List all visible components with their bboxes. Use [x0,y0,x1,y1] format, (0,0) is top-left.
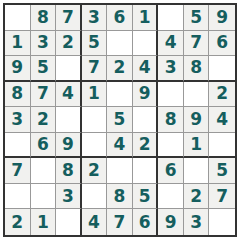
cell-r6c1[interactable] [5,133,31,159]
cell-r9c4[interactable]: 4 [82,209,108,235]
cell-r3c1[interactable]: 9 [5,56,31,82]
cell-r5c4[interactable] [82,107,108,133]
cell-r1c4[interactable]: 3 [82,5,108,31]
sudoku-board: 8736159132547695724388741923258946942178… [3,3,237,237]
cell-r9c8[interactable]: 3 [184,209,210,235]
cell-r1c7[interactable] [158,5,184,31]
cell-r3c2[interactable]: 5 [31,56,57,82]
cell-r2c6[interactable] [133,31,159,57]
cell-r2c7[interactable]: 4 [158,31,184,57]
cell-r4c4[interactable]: 1 [82,82,108,108]
cell-r5c5[interactable]: 5 [107,107,133,133]
cell-r3c8[interactable]: 8 [184,56,210,82]
cell-r1c1[interactable] [5,5,31,31]
cell-r2c5[interactable] [107,31,133,57]
cell-r7c5[interactable] [107,158,133,184]
cell-r3c7[interactable]: 3 [158,56,184,82]
cell-r6c6[interactable]: 2 [133,133,159,159]
cell-r5c7[interactable]: 8 [158,107,184,133]
cell-r7c9[interactable]: 5 [209,158,235,184]
cell-r9c1[interactable]: 2 [5,209,31,235]
cell-r7c7[interactable]: 6 [158,158,184,184]
cell-r4c9[interactable]: 2 [209,82,235,108]
cell-r2c2[interactable]: 3 [31,31,57,57]
cell-r7c1[interactable]: 7 [5,158,31,184]
cell-r9c5[interactable]: 7 [107,209,133,235]
cell-r5c1[interactable]: 3 [5,107,31,133]
cell-r7c3[interactable]: 8 [56,158,82,184]
cell-r2c4[interactable]: 5 [82,31,108,57]
cell-r8c7[interactable] [158,184,184,210]
cell-r5c9[interactable]: 4 [209,107,235,133]
cell-r1c5[interactable]: 6 [107,5,133,31]
cell-r3c4[interactable]: 7 [82,56,108,82]
cell-r2c1[interactable]: 1 [5,31,31,57]
cell-r6c5[interactable]: 4 [107,133,133,159]
cell-r1c3[interactable]: 7 [56,5,82,31]
cell-r4c6[interactable]: 9 [133,82,159,108]
cell-r6c7[interactable] [158,133,184,159]
cell-r6c9[interactable] [209,133,235,159]
cell-r4c1[interactable]: 8 [5,82,31,108]
cell-r7c6[interactable] [133,158,159,184]
cell-r5c6[interactable] [133,107,159,133]
cell-r5c8[interactable]: 9 [184,107,210,133]
cell-r8c5[interactable]: 8 [107,184,133,210]
cell-r6c3[interactable]: 9 [56,133,82,159]
cell-r3c3[interactable] [56,56,82,82]
cell-r1c9[interactable]: 9 [209,5,235,31]
cell-r4c5[interactable] [107,82,133,108]
cell-r7c8[interactable] [184,158,210,184]
cell-r4c7[interactable] [158,82,184,108]
cell-r3c5[interactable]: 2 [107,56,133,82]
cell-r9c2[interactable]: 1 [31,209,57,235]
cell-r6c2[interactable]: 6 [31,133,57,159]
cell-r9c9[interactable] [209,209,235,235]
cell-r6c8[interactable]: 1 [184,133,210,159]
cell-r5c2[interactable]: 2 [31,107,57,133]
cell-r1c8[interactable]: 5 [184,5,210,31]
cell-r4c8[interactable] [184,82,210,108]
cell-r8c1[interactable] [5,184,31,210]
cell-r9c6[interactable]: 6 [133,209,159,235]
cell-r4c3[interactable]: 4 [56,82,82,108]
cell-r4c2[interactable]: 7 [31,82,57,108]
cell-r3c9[interactable] [209,56,235,82]
cell-r1c2[interactable]: 8 [31,5,57,31]
cell-r8c3[interactable]: 3 [56,184,82,210]
cell-r8c6[interactable]: 5 [133,184,159,210]
cell-r2c3[interactable]: 2 [56,31,82,57]
cell-r7c2[interactable] [31,158,57,184]
cell-r8c4[interactable] [82,184,108,210]
cell-r8c9[interactable]: 7 [209,184,235,210]
cell-r9c7[interactable]: 9 [158,209,184,235]
cell-r5c3[interactable] [56,107,82,133]
cell-r2c9[interactable]: 6 [209,31,235,57]
cell-r7c4[interactable]: 2 [82,158,108,184]
cell-r6c4[interactable] [82,133,108,159]
cell-r8c2[interactable] [31,184,57,210]
cell-r9c3[interactable] [56,209,82,235]
cell-r1c6[interactable]: 1 [133,5,159,31]
cell-r8c8[interactable]: 2 [184,184,210,210]
cell-r3c6[interactable]: 4 [133,56,159,82]
cell-r2c8[interactable]: 7 [184,31,210,57]
